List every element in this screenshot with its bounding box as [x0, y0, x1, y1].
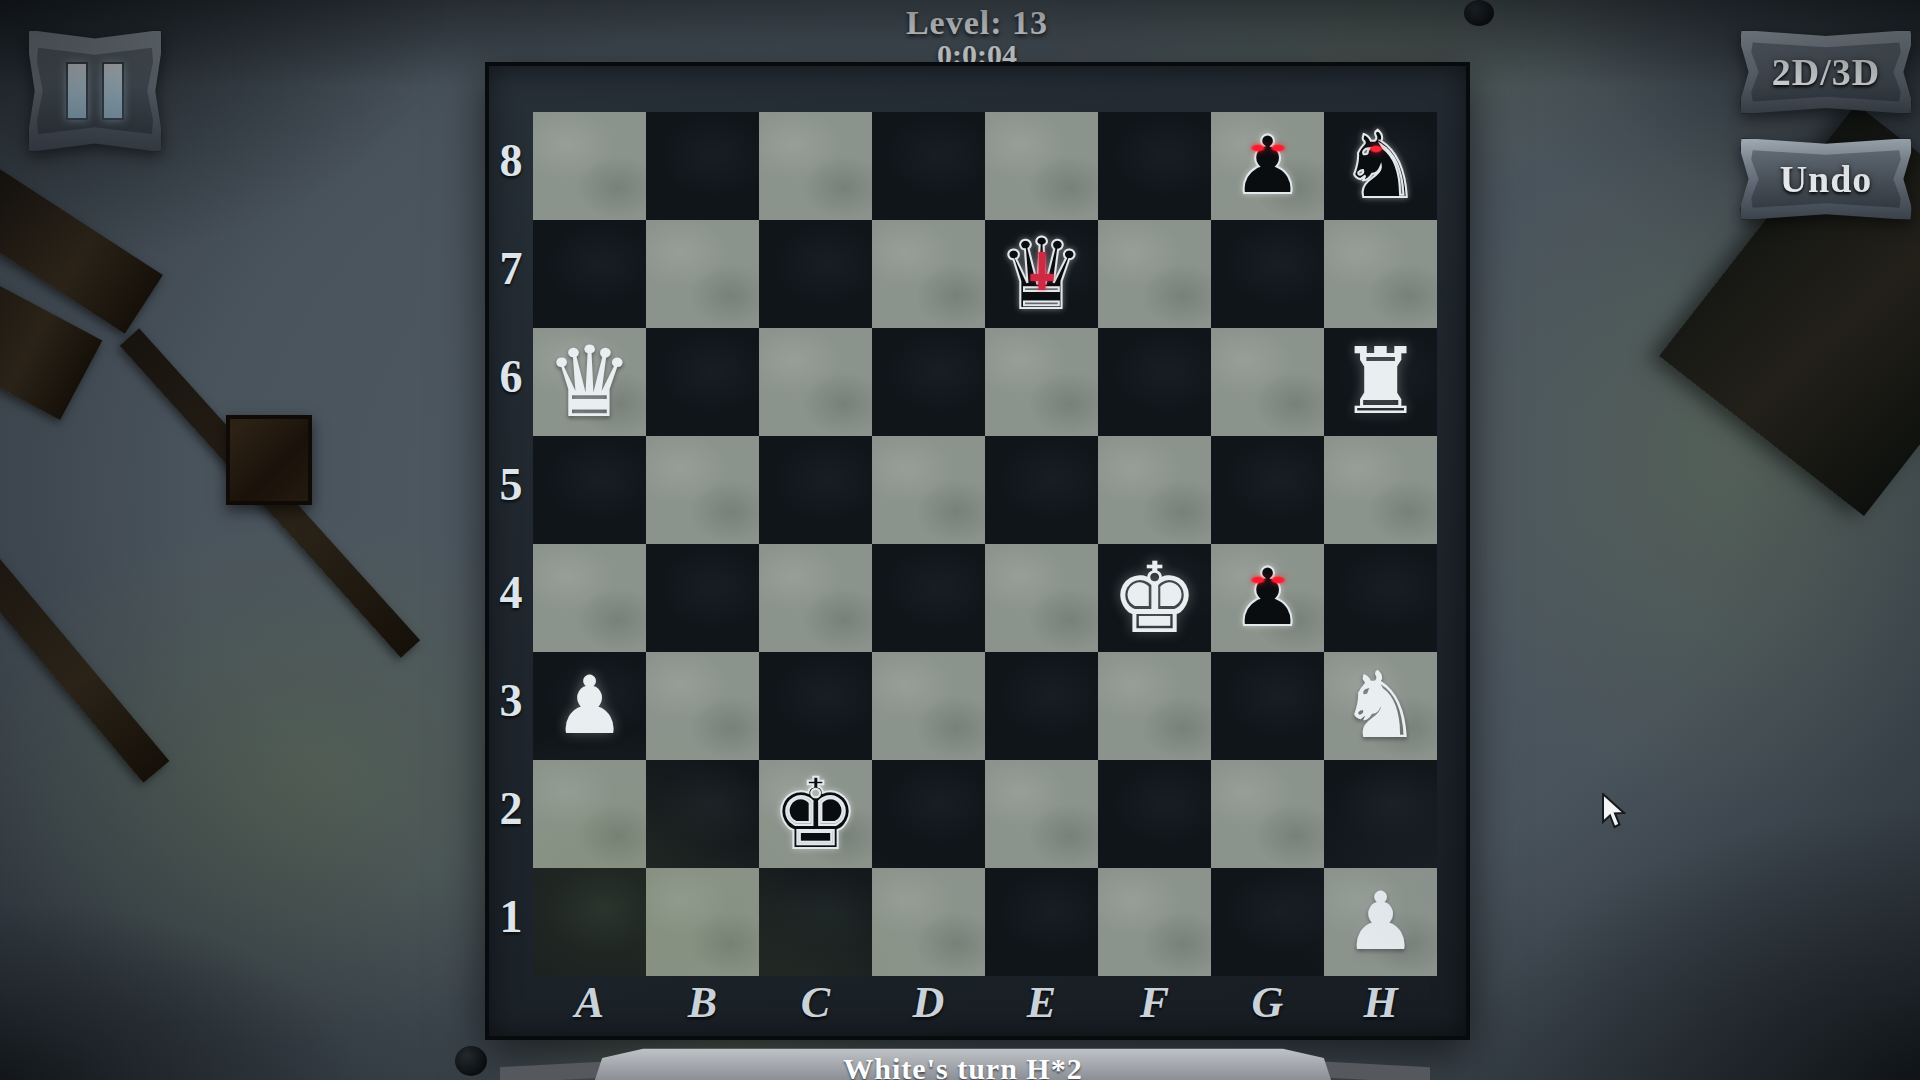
game-scene: Level: 13 0:0:04 2D/3D Undo ♟♞♛♛♜♚♟♟♞♚♟ …: [0, 0, 1920, 1080]
rank-label-6: 6: [489, 350, 533, 403]
pause-icon: [66, 62, 124, 120]
file-label-d: D: [872, 977, 985, 1028]
level-indicator: Level: 13: [627, 4, 1327, 42]
piece-white-pawn[interactable]: ♟: [1324, 868, 1437, 976]
view-toggle-label: 2D/3D: [1772, 50, 1880, 94]
square-c5[interactable]: [759, 436, 872, 544]
square-c6[interactable]: [759, 328, 872, 436]
square-h3[interactable]: ♞: [1324, 652, 1437, 760]
square-g8[interactable]: ♟: [1211, 112, 1324, 220]
square-e6[interactable]: [985, 328, 1098, 436]
piece-black-pawn[interactable]: ♟: [1211, 112, 1324, 220]
file-label-b: B: [646, 977, 759, 1028]
square-g7[interactable]: [1211, 220, 1324, 328]
square-a2[interactable]: [533, 760, 646, 868]
rank-label-3: 3: [489, 674, 533, 727]
square-c1[interactable]: [759, 868, 872, 976]
square-d7[interactable]: [872, 220, 985, 328]
square-h4[interactable]: [1324, 544, 1437, 652]
square-a1[interactable]: [533, 868, 646, 976]
rank-label-2: 2: [489, 782, 533, 835]
square-f6[interactable]: [1098, 328, 1211, 436]
file-label-c: C: [759, 977, 872, 1028]
square-h7[interactable]: [1324, 220, 1437, 328]
square-d5[interactable]: [872, 436, 985, 544]
file-label-h: H: [1324, 977, 1437, 1028]
file-label-g: G: [1211, 977, 1324, 1028]
square-d3[interactable]: [872, 652, 985, 760]
square-c4[interactable]: [759, 544, 872, 652]
square-e3[interactable]: [985, 652, 1098, 760]
piece-white-rook[interactable]: ♜: [1324, 328, 1437, 436]
piece-white-pawn[interactable]: ♟: [533, 652, 646, 760]
square-g2[interactable]: [1211, 760, 1324, 868]
rank-label-1: 1: [489, 890, 533, 943]
status-banner: White's turn H*2: [591, 1046, 1335, 1080]
square-b6[interactable]: [646, 328, 759, 436]
wooden-plank-decoration: [0, 166, 163, 334]
floor-knob-decoration: [1464, 0, 1494, 26]
square-h1[interactable]: ♟: [1324, 868, 1437, 976]
square-d1[interactable]: [872, 868, 985, 976]
square-f3[interactable]: [1098, 652, 1211, 760]
square-h5[interactable]: [1324, 436, 1437, 544]
square-g5[interactable]: [1211, 436, 1324, 544]
square-b1[interactable]: [646, 868, 759, 976]
mouse-cursor-icon: [1601, 793, 1627, 831]
rank-label-8: 8: [489, 134, 533, 187]
square-c8[interactable]: [759, 112, 872, 220]
square-c2[interactable]: ♚: [759, 760, 872, 868]
piece-white-queen[interactable]: ♛: [533, 328, 646, 436]
view-toggle-button[interactable]: 2D/3D: [1740, 30, 1912, 114]
square-b5[interactable]: [646, 436, 759, 544]
undo-button[interactable]: Undo: [1740, 138, 1912, 220]
wooden-plank-decoration: [120, 328, 420, 658]
square-f4[interactable]: ♚: [1098, 544, 1211, 652]
square-g4[interactable]: ♟: [1211, 544, 1324, 652]
square-a7[interactable]: [533, 220, 646, 328]
piece-white-knight[interactable]: ♞: [1324, 652, 1437, 760]
square-a5[interactable]: [533, 436, 646, 544]
square-h2[interactable]: [1324, 760, 1437, 868]
piece-black-queen[interactable]: ♛: [985, 220, 1098, 328]
wooden-plank-decoration: [0, 531, 169, 783]
square-e4[interactable]: [985, 544, 1098, 652]
piece-white-king[interactable]: ♚: [1098, 544, 1211, 652]
file-label-f: F: [1098, 977, 1211, 1028]
square-h6[interactable]: ♜: [1324, 328, 1437, 436]
piece-black-king[interactable]: ♚: [759, 760, 872, 868]
square-d4[interactable]: [872, 544, 985, 652]
square-g1[interactable]: [1211, 868, 1324, 976]
pause-button[interactable]: [28, 30, 162, 152]
square-d8[interactable]: [872, 112, 985, 220]
rank-label-7: 7: [489, 242, 533, 295]
rank-label-5: 5: [489, 458, 533, 511]
square-b3[interactable]: [646, 652, 759, 760]
square-a6[interactable]: ♛: [533, 328, 646, 436]
square-h8[interactable]: ♞: [1324, 112, 1437, 220]
square-d6[interactable]: [872, 328, 985, 436]
square-e8[interactable]: [985, 112, 1098, 220]
file-label-e: E: [985, 977, 1098, 1028]
floor-knob-decoration: [455, 1046, 487, 1076]
chess-board: ♟♞♛♛♜♚♟♟♞♚♟ 87654321 ABCDEFGH: [485, 62, 1470, 1040]
square-f1[interactable]: [1098, 868, 1211, 976]
square-b2[interactable]: [646, 760, 759, 868]
square-g6[interactable]: [1211, 328, 1324, 436]
rank-label-4: 4: [489, 566, 533, 619]
square-a4[interactable]: [533, 544, 646, 652]
square-c7[interactable]: [759, 220, 872, 328]
square-d2[interactable]: [872, 760, 985, 868]
square-a8[interactable]: [533, 112, 646, 220]
square-e7[interactable]: ♛: [985, 220, 1098, 328]
square-g3[interactable]: [1211, 652, 1324, 760]
square-a3[interactable]: ♟: [533, 652, 646, 760]
square-b7[interactable]: [646, 220, 759, 328]
undo-label: Undo: [1780, 157, 1873, 201]
piece-black-knight[interactable]: ♞: [1324, 112, 1437, 220]
square-b8[interactable]: [646, 112, 759, 220]
file-label-a: A: [533, 977, 646, 1028]
square-f5[interactable]: [1098, 436, 1211, 544]
square-c3[interactable]: [759, 652, 872, 760]
board-squares: ♟♞♛♛♜♚♟♟♞♚♟: [533, 112, 1437, 976]
square-e1[interactable]: [985, 868, 1098, 976]
square-f7[interactable]: [1098, 220, 1211, 328]
square-f2[interactable]: [1098, 760, 1211, 868]
piece-black-pawn[interactable]: ♟: [1211, 544, 1324, 652]
wooden-plank-decoration: [0, 270, 102, 420]
square-e5[interactable]: [985, 436, 1098, 544]
square-f8[interactable]: [1098, 112, 1211, 220]
square-b4[interactable]: [646, 544, 759, 652]
square-e2[interactable]: [985, 760, 1098, 868]
wooden-crate-decoration: [226, 415, 312, 505]
turn-status-text: White's turn H*2: [843, 1052, 1082, 1080]
